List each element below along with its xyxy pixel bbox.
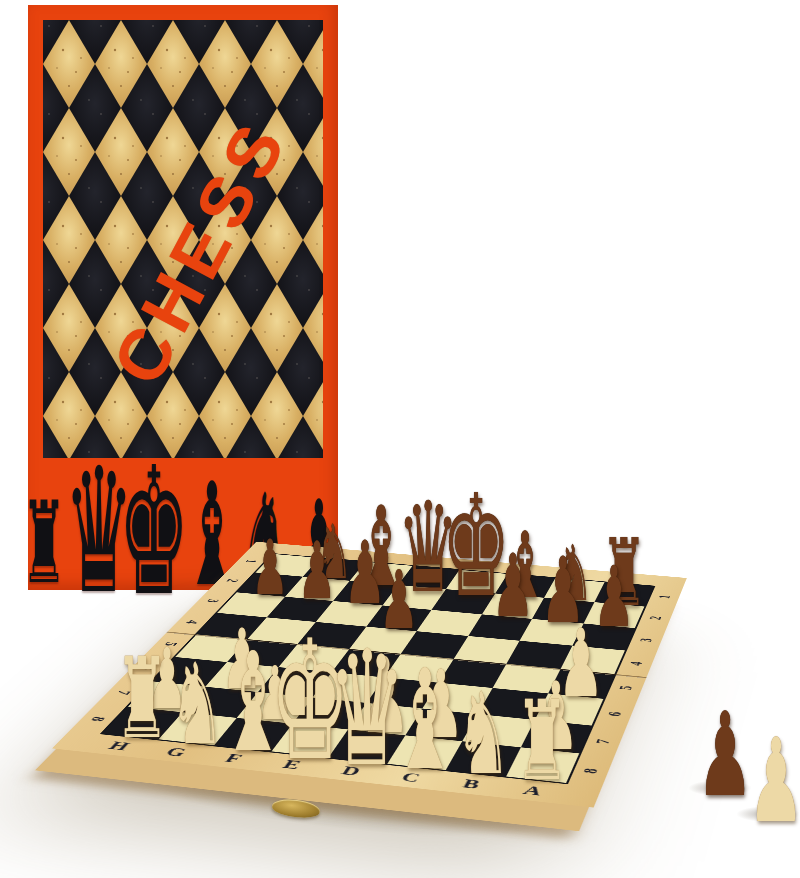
square-a8 xyxy=(506,747,580,783)
product-photo: CHESS ♜♛♚♝♞♟ 12345678 12345678 HGFEDCBA … xyxy=(0,0,800,878)
chess-board: 12345678 12345678 HGFEDCBA xyxy=(52,542,687,808)
board-perspective-wrapper: 12345678 12345678 HGFEDCBA xyxy=(0,0,800,878)
